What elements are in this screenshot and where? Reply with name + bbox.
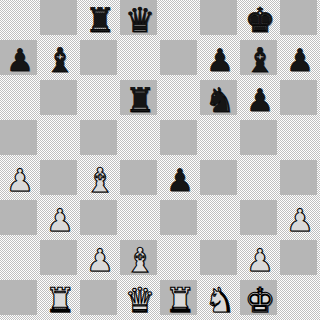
- white-rook: ♜: [160, 280, 200, 320]
- black-knight: ♞: [200, 80, 240, 120]
- square-d5[interactable]: [120, 120, 160, 160]
- square-f5[interactable]: [200, 120, 240, 160]
- black-king: ♚: [240, 0, 280, 40]
- square-c7[interactable]: [80, 40, 120, 80]
- square-b2[interactable]: [40, 240, 80, 280]
- square-b1[interactable]: ♜: [40, 280, 80, 320]
- square-a2[interactable]: [0, 240, 40, 280]
- black-bishop: ♝: [40, 40, 80, 80]
- black-queen: ♛: [120, 0, 160, 40]
- square-a3[interactable]: [0, 200, 40, 240]
- black-rook: ♜: [120, 80, 160, 120]
- square-h4[interactable]: [280, 160, 320, 200]
- square-c1[interactable]: [80, 280, 120, 320]
- square-d4[interactable]: [120, 160, 160, 200]
- square-f4[interactable]: [200, 160, 240, 200]
- black-bishop: ♝: [240, 40, 280, 80]
- square-g5[interactable]: [240, 120, 280, 160]
- square-d6[interactable]: ♜: [120, 80, 160, 120]
- square-e7[interactable]: [160, 40, 200, 80]
- white-pawn: ♟: [40, 200, 80, 240]
- square-b4[interactable]: [40, 160, 80, 200]
- square-g1[interactable]: ♚: [240, 280, 280, 320]
- square-c4[interactable]: ♝: [80, 160, 120, 200]
- black-pawn: ♟: [0, 40, 40, 80]
- black-rook: ♜: [80, 0, 120, 40]
- square-f2[interactable]: [200, 240, 240, 280]
- square-h7[interactable]: ♟: [280, 40, 320, 80]
- square-a8[interactable]: [0, 0, 40, 40]
- square-c3[interactable]: [80, 200, 120, 240]
- square-h5[interactable]: [280, 120, 320, 160]
- square-c8[interactable]: ♜: [80, 0, 120, 40]
- square-g8[interactable]: ♚: [240, 0, 280, 40]
- square-f1[interactable]: ♞: [200, 280, 240, 320]
- square-b8[interactable]: [40, 0, 80, 40]
- square-g3[interactable]: [240, 200, 280, 240]
- square-g2[interactable]: ♟: [240, 240, 280, 280]
- square-h6[interactable]: [280, 80, 320, 120]
- square-f7[interactable]: ♟: [200, 40, 240, 80]
- square-h1[interactable]: [280, 280, 320, 320]
- black-pawn: ♟: [240, 80, 280, 120]
- square-b7[interactable]: ♝: [40, 40, 80, 80]
- white-pawn: ♟: [80, 240, 120, 280]
- square-b3[interactable]: ♟: [40, 200, 80, 240]
- square-d3[interactable]: [120, 200, 160, 240]
- square-d2[interactable]: ♝: [120, 240, 160, 280]
- square-g4[interactable]: [240, 160, 280, 200]
- square-a5[interactable]: [0, 120, 40, 160]
- black-pawn: ♟: [200, 40, 240, 80]
- square-g6[interactable]: ♟: [240, 80, 280, 120]
- white-pawn: ♟: [0, 160, 40, 200]
- square-a4[interactable]: ♟: [0, 160, 40, 200]
- square-c6[interactable]: [80, 80, 120, 120]
- square-f3[interactable]: [200, 200, 240, 240]
- square-a7[interactable]: ♟: [0, 40, 40, 80]
- square-f6[interactable]: ♞: [200, 80, 240, 120]
- square-a1[interactable]: [0, 280, 40, 320]
- square-h8[interactable]: [280, 0, 320, 40]
- black-pawn: ♟: [280, 40, 320, 80]
- square-g7[interactable]: ♝: [240, 40, 280, 80]
- square-e2[interactable]: [160, 240, 200, 280]
- white-bishop: ♝: [120, 240, 160, 280]
- white-bishop: ♝: [80, 160, 120, 200]
- white-knight: ♞: [200, 280, 240, 320]
- square-c5[interactable]: [80, 120, 120, 160]
- square-e3[interactable]: [160, 200, 200, 240]
- square-e8[interactable]: [160, 0, 200, 40]
- square-d1[interactable]: ♛: [120, 280, 160, 320]
- square-c2[interactable]: ♟: [80, 240, 120, 280]
- square-e1[interactable]: ♜: [160, 280, 200, 320]
- square-d7[interactable]: [120, 40, 160, 80]
- square-h3[interactable]: ♟: [280, 200, 320, 240]
- chess-board: ♜♛♚♟♝♟♝♟♜♞♟♟♝♟♟♟♟♝♟♜♛♜♞♚: [0, 0, 320, 320]
- square-e4[interactable]: ♟: [160, 160, 200, 200]
- white-king: ♚: [240, 280, 280, 320]
- black-pawn: ♟: [160, 160, 200, 200]
- square-d8[interactable]: ♛: [120, 0, 160, 40]
- square-e6[interactable]: [160, 80, 200, 120]
- white-pawn: ♟: [280, 200, 320, 240]
- square-b5[interactable]: [40, 120, 80, 160]
- white-queen: ♛: [120, 280, 160, 320]
- square-e5[interactable]: [160, 120, 200, 160]
- square-b6[interactable]: [40, 80, 80, 120]
- square-f8[interactable]: [200, 0, 240, 40]
- square-a6[interactable]: [0, 80, 40, 120]
- white-pawn: ♟: [240, 240, 280, 280]
- square-h2[interactable]: [280, 240, 320, 280]
- white-rook: ♜: [40, 280, 80, 320]
